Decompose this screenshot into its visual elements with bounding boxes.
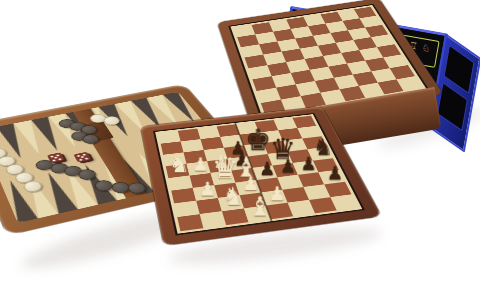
square-b3: ♟ [193, 185, 218, 201]
black-pawn: ♟ [300, 155, 316, 173]
square-f4: ♟ [272, 163, 298, 177]
die-pip [50, 155, 54, 157]
square-g4: ♟ [293, 161, 319, 175]
square-f2 [282, 187, 309, 203]
white-knight: ♞ [222, 185, 244, 210]
black-pawn: ♟ [279, 157, 295, 175]
chess-board-border: ♟♚♞♟♟♟♛♞♛♝♟♟♟♟♟♟♞♟♝ [153, 113, 365, 235]
die-pip [85, 157, 89, 159]
chess-board-squares: ♟♚♞♟♟♟♛♞♛♝♟♟♟♟♟♟♞♟♝ [158, 116, 358, 231]
product-photo-scene: BACKGAMMON SCHACH DAME ♙ ♗ ♖ ♘ ♙ [0, 0, 480, 306]
square-a5: ♞ [166, 164, 190, 178]
square-c1 [222, 208, 249, 225]
square-d1: ♝ [244, 206, 271, 223]
die-pip [76, 155, 80, 157]
die-showing-5 [47, 153, 65, 164]
die-showing-5 [73, 152, 91, 163]
square-a2 [174, 201, 200, 217]
die-pip [78, 159, 82, 161]
die-pip [58, 158, 62, 160]
black-pawn: ♟ [258, 160, 274, 178]
die-pip [52, 159, 56, 161]
white-knight: ♞ [168, 153, 189, 176]
square-b5: ♟ [186, 161, 210, 175]
square-g2 [303, 184, 330, 199]
white-pawn: ♟ [192, 156, 208, 174]
black-pawn: ♟ [326, 164, 343, 182]
white-bishop: ♝ [248, 194, 271, 220]
square-c2: ♞ [218, 195, 244, 211]
white-pawn: ♟ [198, 180, 215, 199]
square-h3: ♟ [318, 170, 345, 185]
